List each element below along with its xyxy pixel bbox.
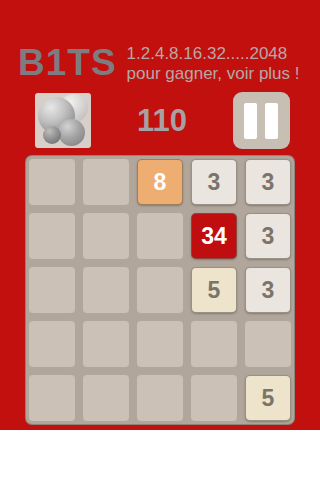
empty-cell	[29, 375, 75, 421]
game-background: B1TS 1.2.4.8.16.32.....2048 pour gagner,…	[0, 0, 320, 430]
tile-3: 3	[245, 213, 291, 259]
empty-cell	[29, 159, 75, 205]
empty-cell	[29, 213, 75, 259]
empty-cell	[29, 321, 75, 367]
tile-34: 34	[191, 213, 237, 259]
tile-5: 5	[245, 375, 291, 421]
brand-row: B1TS 1.2.4.8.16.32.....2048 pour gagner,…	[18, 42, 300, 84]
empty-cell	[83, 375, 129, 421]
pause-button[interactable]	[233, 92, 290, 149]
sphere-small	[43, 126, 61, 144]
score-value: 110	[137, 103, 187, 139]
bottom-strip	[0, 430, 320, 480]
empty-cell	[191, 375, 237, 421]
app-screen: B1TS 1.2.4.8.16.32.....2048 pour gagner,…	[0, 0, 320, 480]
tile-3: 3	[245, 267, 291, 313]
spheres-icon[interactable]	[35, 93, 91, 148]
empty-cell	[83, 267, 129, 313]
empty-cell	[83, 321, 129, 367]
tagline-line1: 1.2.4.8.16.32.....2048	[127, 44, 300, 64]
game-board[interactable]: 833343535	[25, 155, 295, 425]
tile-3: 3	[191, 159, 237, 205]
app-title: B1TS	[18, 42, 117, 84]
empty-cell	[137, 321, 183, 367]
empty-cell	[245, 321, 291, 367]
tile-8: 8	[137, 159, 183, 205]
pause-icon	[265, 103, 278, 139]
empty-cell	[83, 159, 129, 205]
empty-cell	[191, 321, 237, 367]
tagline-line2: pour gagner, voir plus !	[127, 64, 300, 84]
tile-3: 3	[245, 159, 291, 205]
empty-cell	[137, 375, 183, 421]
empty-cell	[83, 213, 129, 259]
pause-icon	[244, 103, 257, 139]
controls-row: 110	[35, 92, 290, 149]
tagline: 1.2.4.8.16.32.....2048 pour gagner, voir…	[127, 44, 300, 84]
empty-cell	[29, 267, 75, 313]
empty-cell	[137, 213, 183, 259]
empty-cell	[137, 267, 183, 313]
sphere-mid	[58, 119, 85, 146]
tile-5: 5	[191, 267, 237, 313]
